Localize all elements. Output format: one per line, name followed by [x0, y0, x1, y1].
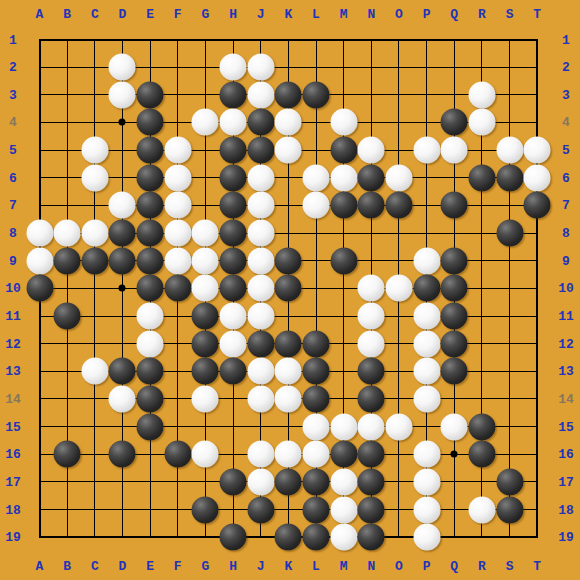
- white-stone-D14[interactable]: [109, 385, 136, 412]
- row-label-right-4: 4: [562, 115, 570, 130]
- black-stone-L17[interactable]: [303, 468, 330, 495]
- black-stone-M7[interactable]: [330, 192, 357, 219]
- white-stone-M4[interactable]: [330, 109, 357, 136]
- white-stone-K14[interactable]: [275, 385, 302, 412]
- column-label-top-Q: Q: [450, 7, 458, 22]
- row-label-left-17: 17: [5, 474, 21, 489]
- black-stone-L12[interactable]: [303, 330, 330, 357]
- row-label-right-3: 3: [562, 87, 570, 102]
- black-stone-K3[interactable]: [275, 81, 302, 108]
- white-stone-J8[interactable]: [247, 220, 274, 247]
- white-stone-P18[interactable]: [413, 496, 440, 523]
- white-stone-F9[interactable]: [164, 247, 191, 274]
- column-label-bottom-G: G: [201, 559, 209, 574]
- white-stone-J13[interactable]: [247, 358, 274, 385]
- column-label-bottom-R: R: [478, 559, 486, 574]
- white-stone-F5[interactable]: [164, 137, 191, 164]
- black-stone-E6[interactable]: [137, 164, 164, 191]
- white-stone-A8[interactable]: [26, 220, 53, 247]
- black-stone-G11[interactable]: [192, 303, 219, 330]
- black-stone-O7[interactable]: [385, 192, 412, 219]
- white-stone-D7[interactable]: [109, 192, 136, 219]
- white-stone-T5[interactable]: [524, 137, 551, 164]
- white-stone-K16[interactable]: [275, 441, 302, 468]
- column-label-bottom-D: D: [119, 559, 127, 574]
- white-stone-G10[interactable]: [192, 275, 219, 302]
- black-stone-B11[interactable]: [54, 303, 81, 330]
- row-label-left-8: 8: [9, 226, 17, 241]
- row-label-right-6: 6: [562, 170, 570, 185]
- white-stone-N11[interactable]: [358, 303, 385, 330]
- row-label-left-14: 14: [5, 391, 21, 406]
- white-stone-K5[interactable]: [275, 137, 302, 164]
- white-stone-N5[interactable]: [358, 137, 385, 164]
- black-stone-J4[interactable]: [247, 109, 274, 136]
- white-stone-D2[interactable]: [109, 54, 136, 81]
- black-stone-H17[interactable]: [220, 468, 247, 495]
- white-stone-O15[interactable]: [385, 413, 412, 440]
- black-stone-K9[interactable]: [275, 247, 302, 274]
- black-stone-K10[interactable]: [275, 275, 302, 302]
- column-label-top-T: T: [533, 7, 541, 22]
- black-stone-F16[interactable]: [164, 441, 191, 468]
- black-stone-D8[interactable]: [109, 220, 136, 247]
- black-stone-G13[interactable]: [192, 358, 219, 385]
- black-stone-L13[interactable]: [303, 358, 330, 385]
- white-stone-G4[interactable]: [192, 109, 219, 136]
- column-label-bottom-L: L: [312, 559, 320, 574]
- row-label-right-12: 12: [558, 336, 574, 351]
- column-label-top-S: S: [506, 7, 514, 22]
- black-stone-R16[interactable]: [468, 441, 495, 468]
- white-stone-F6[interactable]: [164, 164, 191, 191]
- white-stone-L7[interactable]: [303, 192, 330, 219]
- hoshi-point-D4: [119, 119, 126, 126]
- black-stone-T7[interactable]: [524, 192, 551, 219]
- white-stone-M6[interactable]: [330, 164, 357, 191]
- row-label-right-10: 10: [558, 281, 574, 296]
- row-label-left-18: 18: [5, 502, 21, 517]
- row-label-right-8: 8: [562, 226, 570, 241]
- white-stone-G9[interactable]: [192, 247, 219, 274]
- white-stone-M17[interactable]: [330, 468, 357, 495]
- row-label-right-5: 5: [562, 143, 570, 158]
- white-stone-J2[interactable]: [247, 54, 274, 81]
- column-label-bottom-N: N: [367, 559, 375, 574]
- black-stone-M16[interactable]: [330, 441, 357, 468]
- black-stone-S8[interactable]: [496, 220, 523, 247]
- white-stone-P9[interactable]: [413, 247, 440, 274]
- row-label-left-4: 4: [9, 115, 17, 130]
- column-label-top-R: R: [478, 7, 486, 22]
- column-label-top-H: H: [229, 7, 237, 22]
- column-label-top-P: P: [423, 7, 431, 22]
- white-stone-Q15[interactable]: [441, 413, 468, 440]
- white-stone-J6[interactable]: [247, 164, 274, 191]
- black-stone-N19[interactable]: [358, 524, 385, 551]
- white-stone-P16[interactable]: [413, 441, 440, 468]
- grid-hline: [40, 509, 539, 510]
- black-stone-H6[interactable]: [220, 164, 247, 191]
- black-stone-E10[interactable]: [137, 275, 164, 302]
- white-stone-J14[interactable]: [247, 385, 274, 412]
- black-stone-Q9[interactable]: [441, 247, 468, 274]
- column-label-bottom-S: S: [506, 559, 514, 574]
- row-label-left-5: 5: [9, 143, 17, 158]
- black-stone-B16[interactable]: [54, 441, 81, 468]
- black-stone-N14[interactable]: [358, 385, 385, 412]
- white-stone-O6[interactable]: [385, 164, 412, 191]
- white-stone-J16[interactable]: [247, 441, 274, 468]
- white-stone-C5[interactable]: [81, 137, 108, 164]
- white-stone-J11[interactable]: [247, 303, 274, 330]
- white-stone-H4[interactable]: [220, 109, 247, 136]
- black-stone-N6[interactable]: [358, 164, 385, 191]
- black-stone-H5[interactable]: [220, 137, 247, 164]
- black-stone-K19[interactable]: [275, 524, 302, 551]
- white-stone-Q5[interactable]: [441, 137, 468, 164]
- column-label-top-A: A: [36, 7, 44, 22]
- white-stone-P11[interactable]: [413, 303, 440, 330]
- black-stone-Q13[interactable]: [441, 358, 468, 385]
- black-stone-N13[interactable]: [358, 358, 385, 385]
- white-stone-N10[interactable]: [358, 275, 385, 302]
- white-stone-A9[interactable]: [26, 247, 53, 274]
- column-label-bottom-H: H: [229, 559, 237, 574]
- row-label-right-14: 14: [558, 391, 574, 406]
- black-stone-L19[interactable]: [303, 524, 330, 551]
- black-stone-E14[interactable]: [137, 385, 164, 412]
- white-stone-N15[interactable]: [358, 413, 385, 440]
- black-stone-M5[interactable]: [330, 137, 357, 164]
- black-stone-E7[interactable]: [137, 192, 164, 219]
- row-label-left-11: 11: [5, 309, 21, 324]
- white-stone-P14[interactable]: [413, 385, 440, 412]
- white-stone-H11[interactable]: [220, 303, 247, 330]
- column-label-top-L: L: [312, 7, 320, 22]
- row-label-right-7: 7: [562, 198, 570, 213]
- column-label-top-G: G: [201, 7, 209, 22]
- row-label-right-19: 19: [558, 530, 574, 545]
- white-stone-N12[interactable]: [358, 330, 385, 357]
- black-stone-G12[interactable]: [192, 330, 219, 357]
- black-stone-J5[interactable]: [247, 137, 274, 164]
- black-stone-A10[interactable]: [26, 275, 53, 302]
- white-stone-R3[interactable]: [468, 81, 495, 108]
- black-stone-E8[interactable]: [137, 220, 164, 247]
- black-stone-H9[interactable]: [220, 247, 247, 274]
- black-stone-N7[interactable]: [358, 192, 385, 219]
- row-label-left-3: 3: [9, 87, 17, 102]
- column-label-bottom-O: O: [395, 559, 403, 574]
- white-stone-L15[interactable]: [303, 413, 330, 440]
- black-stone-J12[interactable]: [247, 330, 274, 357]
- black-stone-R15[interactable]: [468, 413, 495, 440]
- row-label-right-16: 16: [558, 447, 574, 462]
- black-stone-B9[interactable]: [54, 247, 81, 274]
- white-stone-P13[interactable]: [413, 358, 440, 385]
- black-stone-H10[interactable]: [220, 275, 247, 302]
- black-stone-H13[interactable]: [220, 358, 247, 385]
- black-stone-P10[interactable]: [413, 275, 440, 302]
- black-stone-L18[interactable]: [303, 496, 330, 523]
- white-stone-E12[interactable]: [137, 330, 164, 357]
- black-stone-N17[interactable]: [358, 468, 385, 495]
- white-stone-B8[interactable]: [54, 220, 81, 247]
- white-stone-E11[interactable]: [137, 303, 164, 330]
- row-label-left-2: 2: [9, 60, 17, 75]
- column-label-top-E: E: [146, 7, 154, 22]
- row-label-right-2: 2: [562, 60, 570, 75]
- column-label-bottom-E: E: [146, 559, 154, 574]
- white-stone-C13[interactable]: [81, 358, 108, 385]
- black-stone-K17[interactable]: [275, 468, 302, 495]
- black-stone-E5[interactable]: [137, 137, 164, 164]
- black-stone-J18[interactable]: [247, 496, 274, 523]
- white-stone-M18[interactable]: [330, 496, 357, 523]
- white-stone-G14[interactable]: [192, 385, 219, 412]
- black-stone-Q12[interactable]: [441, 330, 468, 357]
- column-label-bottom-F: F: [174, 559, 182, 574]
- black-stone-E13[interactable]: [137, 358, 164, 385]
- black-stone-E15[interactable]: [137, 413, 164, 440]
- black-stone-D16[interactable]: [109, 441, 136, 468]
- white-stone-M19[interactable]: [330, 524, 357, 551]
- column-label-top-C: C: [91, 7, 99, 22]
- white-stone-P19[interactable]: [413, 524, 440, 551]
- black-stone-Q11[interactable]: [441, 303, 468, 330]
- row-label-right-15: 15: [558, 419, 574, 434]
- black-stone-M9[interactable]: [330, 247, 357, 274]
- black-stone-H7[interactable]: [220, 192, 247, 219]
- black-stone-E3[interactable]: [137, 81, 164, 108]
- column-label-top-N: N: [367, 7, 375, 22]
- black-stone-E4[interactable]: [137, 109, 164, 136]
- row-label-left-12: 12: [5, 336, 21, 351]
- white-stone-J7[interactable]: [247, 192, 274, 219]
- black-stone-H19[interactable]: [220, 524, 247, 551]
- white-stone-L16[interactable]: [303, 441, 330, 468]
- white-stone-L6[interactable]: [303, 164, 330, 191]
- grid-hline: [40, 177, 539, 178]
- column-label-top-B: B: [63, 7, 71, 22]
- white-stone-J17[interactable]: [247, 468, 274, 495]
- white-stone-F7[interactable]: [164, 192, 191, 219]
- white-stone-R4[interactable]: [468, 109, 495, 136]
- white-stone-J10[interactable]: [247, 275, 274, 302]
- white-stone-C6[interactable]: [81, 164, 108, 191]
- black-stone-G18[interactable]: [192, 496, 219, 523]
- black-stone-E9[interactable]: [137, 247, 164, 274]
- black-stone-F10[interactable]: [164, 275, 191, 302]
- white-stone-J3[interactable]: [247, 81, 274, 108]
- grid-vline: [94, 40, 95, 539]
- column-label-bottom-M: M: [340, 559, 348, 574]
- white-stone-F8[interactable]: [164, 220, 191, 247]
- white-stone-K13[interactable]: [275, 358, 302, 385]
- black-stone-D9[interactable]: [109, 247, 136, 274]
- black-stone-Q10[interactable]: [441, 275, 468, 302]
- black-stone-S17[interactable]: [496, 468, 523, 495]
- row-label-right-1: 1: [562, 32, 570, 47]
- white-stone-C8[interactable]: [81, 220, 108, 247]
- row-label-left-1: 1: [9, 32, 17, 47]
- white-stone-T6[interactable]: [524, 164, 551, 191]
- go-board-app: AABBCCDDEEFFGGHHJJKKLLMMNNOOPPQQRRSSTT11…: [0, 0, 580, 580]
- column-label-bottom-C: C: [91, 559, 99, 574]
- grid-vline: [509, 40, 510, 539]
- white-stone-P12[interactable]: [413, 330, 440, 357]
- white-stone-M15[interactable]: [330, 413, 357, 440]
- column-label-bottom-K: K: [284, 559, 292, 574]
- column-label-bottom-B: B: [63, 559, 71, 574]
- grid-vline: [536, 39, 538, 539]
- white-stone-H2[interactable]: [220, 54, 247, 81]
- black-stone-Q7[interactable]: [441, 192, 468, 219]
- white-stone-P5[interactable]: [413, 137, 440, 164]
- black-stone-H3[interactable]: [220, 81, 247, 108]
- black-stone-L3[interactable]: [303, 81, 330, 108]
- white-stone-S5[interactable]: [496, 137, 523, 164]
- black-stone-N18[interactable]: [358, 496, 385, 523]
- column-label-top-O: O: [395, 7, 403, 22]
- black-stone-S18[interactable]: [496, 496, 523, 523]
- black-stone-L14[interactable]: [303, 385, 330, 412]
- column-label-bottom-A: A: [36, 559, 44, 574]
- black-stone-H8[interactable]: [220, 220, 247, 247]
- row-label-left-16: 16: [5, 447, 21, 462]
- column-label-top-K: K: [284, 7, 292, 22]
- row-label-left-7: 7: [9, 198, 17, 213]
- row-label-right-9: 9: [562, 253, 570, 268]
- black-stone-K12[interactable]: [275, 330, 302, 357]
- row-label-left-6: 6: [9, 170, 17, 185]
- row-label-left-15: 15: [5, 419, 21, 434]
- white-stone-K4[interactable]: [275, 109, 302, 136]
- white-stone-P17[interactable]: [413, 468, 440, 495]
- row-label-left-13: 13: [5, 364, 21, 379]
- white-stone-O10[interactable]: [385, 275, 412, 302]
- black-stone-N16[interactable]: [358, 441, 385, 468]
- black-stone-S6[interactable]: [496, 164, 523, 191]
- black-stone-D13[interactable]: [109, 358, 136, 385]
- black-stone-R6[interactable]: [468, 164, 495, 191]
- column-label-top-F: F: [174, 7, 182, 22]
- column-label-top-J: J: [257, 7, 265, 22]
- row-label-right-13: 13: [558, 364, 574, 379]
- white-stone-G8[interactable]: [192, 220, 219, 247]
- black-stone-C9[interactable]: [81, 247, 108, 274]
- hoshi-point-D10: [119, 285, 126, 292]
- white-stone-G16[interactable]: [192, 441, 219, 468]
- column-label-top-D: D: [119, 7, 127, 22]
- row-label-left-19: 19: [5, 530, 21, 545]
- white-stone-D3[interactable]: [109, 81, 136, 108]
- white-stone-H12[interactable]: [220, 330, 247, 357]
- row-label-left-10: 10: [5, 281, 21, 296]
- column-label-bottom-T: T: [533, 559, 541, 574]
- white-stone-J9[interactable]: [247, 247, 274, 274]
- row-label-right-17: 17: [558, 474, 574, 489]
- black-stone-Q4[interactable]: [441, 109, 468, 136]
- column-label-bottom-J: J: [257, 559, 265, 574]
- row-label-right-11: 11: [558, 309, 574, 324]
- row-label-left-9: 9: [9, 253, 17, 268]
- hoshi-point-Q16: [451, 451, 458, 458]
- row-label-right-18: 18: [558, 502, 574, 517]
- column-label-top-M: M: [340, 7, 348, 22]
- column-label-bottom-Q: Q: [450, 559, 458, 574]
- column-label-bottom-P: P: [423, 559, 431, 574]
- white-stone-R18[interactable]: [468, 496, 495, 523]
